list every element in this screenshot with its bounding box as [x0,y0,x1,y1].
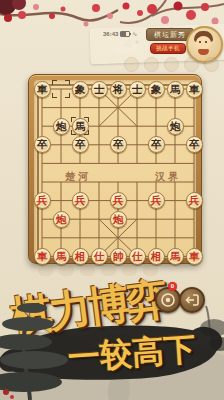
faded-icon[interactable] [124,57,139,72]
piece-red-a4[interactable]: 兵 [34,192,51,209]
piece-black-a7[interactable]: 卒 [34,136,51,153]
river: 楚河 汉界 [47,170,199,186]
piece-black-h8[interactable]: 炮 [167,118,184,135]
move-marker-move-from [52,80,70,98]
lens-icon [157,289,179,311]
xiangqi-board[interactable]: 楚河 汉界 車象士将士象馬車炮馬炮卒卒卒卒卒兵兵兵兵兵炮炮車馬相仕帥仕相馬車 [28,74,202,264]
piece-red-g4[interactable]: 兵 [148,192,165,209]
piece-red-e4[interactable]: 兵 [110,192,127,209]
piece-black-a10[interactable]: 車 [34,81,51,98]
river-left-text: 楚河 [65,170,91,186]
piece-black-e7[interactable]: 卒 [110,136,127,153]
piece-black-g7[interactable]: 卒 [148,136,165,153]
pine-tree-decoration [0,292,84,400]
status-time: 36:43 [103,31,118,37]
faded-icon[interactable] [144,57,159,72]
faded-toolbar [124,57,219,72]
exit-icon [181,289,203,311]
piece-red-h1[interactable]: 馬 [167,248,184,265]
exit-button[interactable] [179,287,205,313]
piece-red-b1[interactable]: 馬 [53,248,70,265]
piece-black-i10[interactable]: 車 [186,81,203,98]
record-button[interactable] [155,287,181,313]
piece-black-c8[interactable]: 馬 [72,118,89,135]
piece-black-h10[interactable]: 馬 [167,81,184,98]
piece-black-d10[interactable]: 士 [91,81,108,98]
app-root: 36:43 ∿ 棋坛新秀 挑战手机 [0,0,224,400]
piece-red-g1[interactable]: 相 [148,248,165,265]
piece-red-i4[interactable]: 兵 [186,192,203,209]
battery-icon [120,31,130,37]
piece-red-e1[interactable]: 帥 [110,248,127,265]
piece-black-g10[interactable]: 象 [148,81,165,98]
piece-red-a1[interactable]: 車 [34,248,51,265]
piece-black-i7[interactable]: 卒 [186,136,203,153]
banner-title-line2: 一较高下 [67,328,198,381]
notification-badge: 0 [168,282,177,291]
piece-red-c1[interactable]: 相 [72,248,89,265]
board-grid [34,80,196,258]
piece-red-b3[interactable]: 炮 [53,211,70,228]
piece-black-e10[interactable]: 将 [110,81,127,98]
piece-black-c10[interactable]: 象 [72,81,89,98]
river-right-text: 汉界 [155,170,181,186]
piece-black-f10[interactable]: 士 [129,81,146,98]
wifi-icon: ∿ [132,32,137,36]
board-field: 楚河 汉界 車象士将士象馬車炮馬炮卒卒卒卒卒兵兵兵兵兵炮炮車馬相仕帥仕相馬車 [34,80,196,258]
piece-red-i1[interactable]: 車 [186,248,203,265]
faded-icon[interactable] [204,57,219,72]
piece-black-c7[interactable]: 卒 [72,136,89,153]
piece-red-f1[interactable]: 仕 [129,248,146,265]
piece-red-e3[interactable]: 炮 [110,211,127,228]
piece-black-b8[interactable]: 炮 [53,118,70,135]
faded-icon[interactable] [184,57,199,72]
piece-red-d1[interactable]: 仕 [91,248,108,265]
piece-red-c4[interactable]: 兵 [72,192,89,209]
faded-icon[interactable] [164,57,179,72]
mode-badge[interactable]: 挑战手机 [150,43,186,54]
status-bar: 36:43 ∿ [103,31,137,37]
